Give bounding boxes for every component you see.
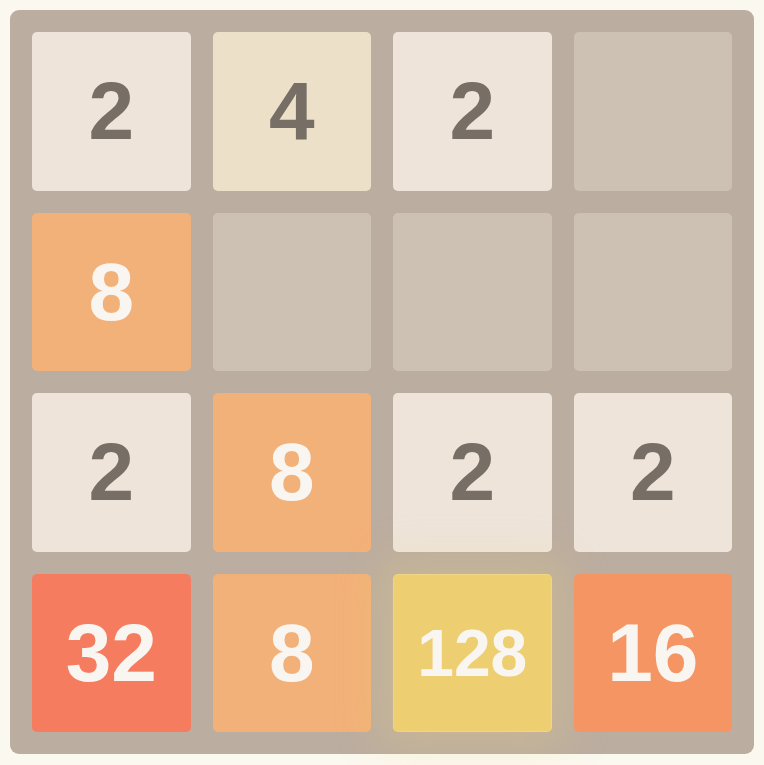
tile-8-r3c2: 8 — [213, 393, 372, 552]
empty-cell-r1c4 — [574, 32, 733, 191]
tile-4-r1c2: 4 — [213, 32, 372, 191]
empty-cell-r2c2 — [213, 213, 372, 372]
tile-2-r3c3: 2 — [393, 393, 552, 552]
tile-2-r1c1: 2 — [32, 32, 191, 191]
empty-cell-r2c4 — [574, 213, 733, 372]
empty-cell-r2c3 — [393, 213, 552, 372]
tile-8-r4c2: 8 — [213, 574, 372, 733]
tile-32-r4c1: 32 — [32, 574, 191, 733]
tile-8-r2c1: 8 — [32, 213, 191, 372]
tile-2-r3c4: 2 — [574, 393, 733, 552]
tile-16-r4c4: 16 — [574, 574, 733, 733]
tile-2-r1c3: 2 — [393, 32, 552, 191]
tile-2-r3c1: 2 — [32, 393, 191, 552]
board-2048: 2428282232812816 — [10, 10, 754, 754]
tile-128-r4c3: 128 — [393, 574, 552, 733]
